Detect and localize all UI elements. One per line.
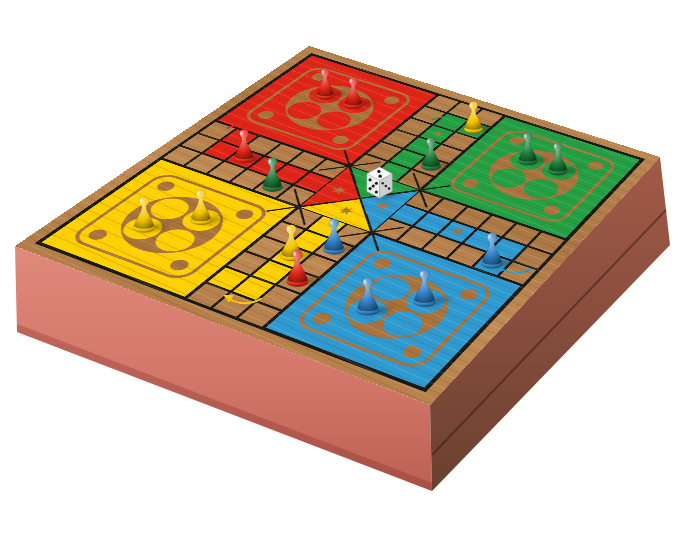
ludo-product-scene bbox=[0, 0, 700, 539]
direction-arrow-green bbox=[432, 112, 467, 128]
direction-arrow-red bbox=[227, 120, 265, 137]
direction-arrow-yellow bbox=[219, 287, 262, 309]
direction-arrow-blue bbox=[491, 258, 531, 279]
